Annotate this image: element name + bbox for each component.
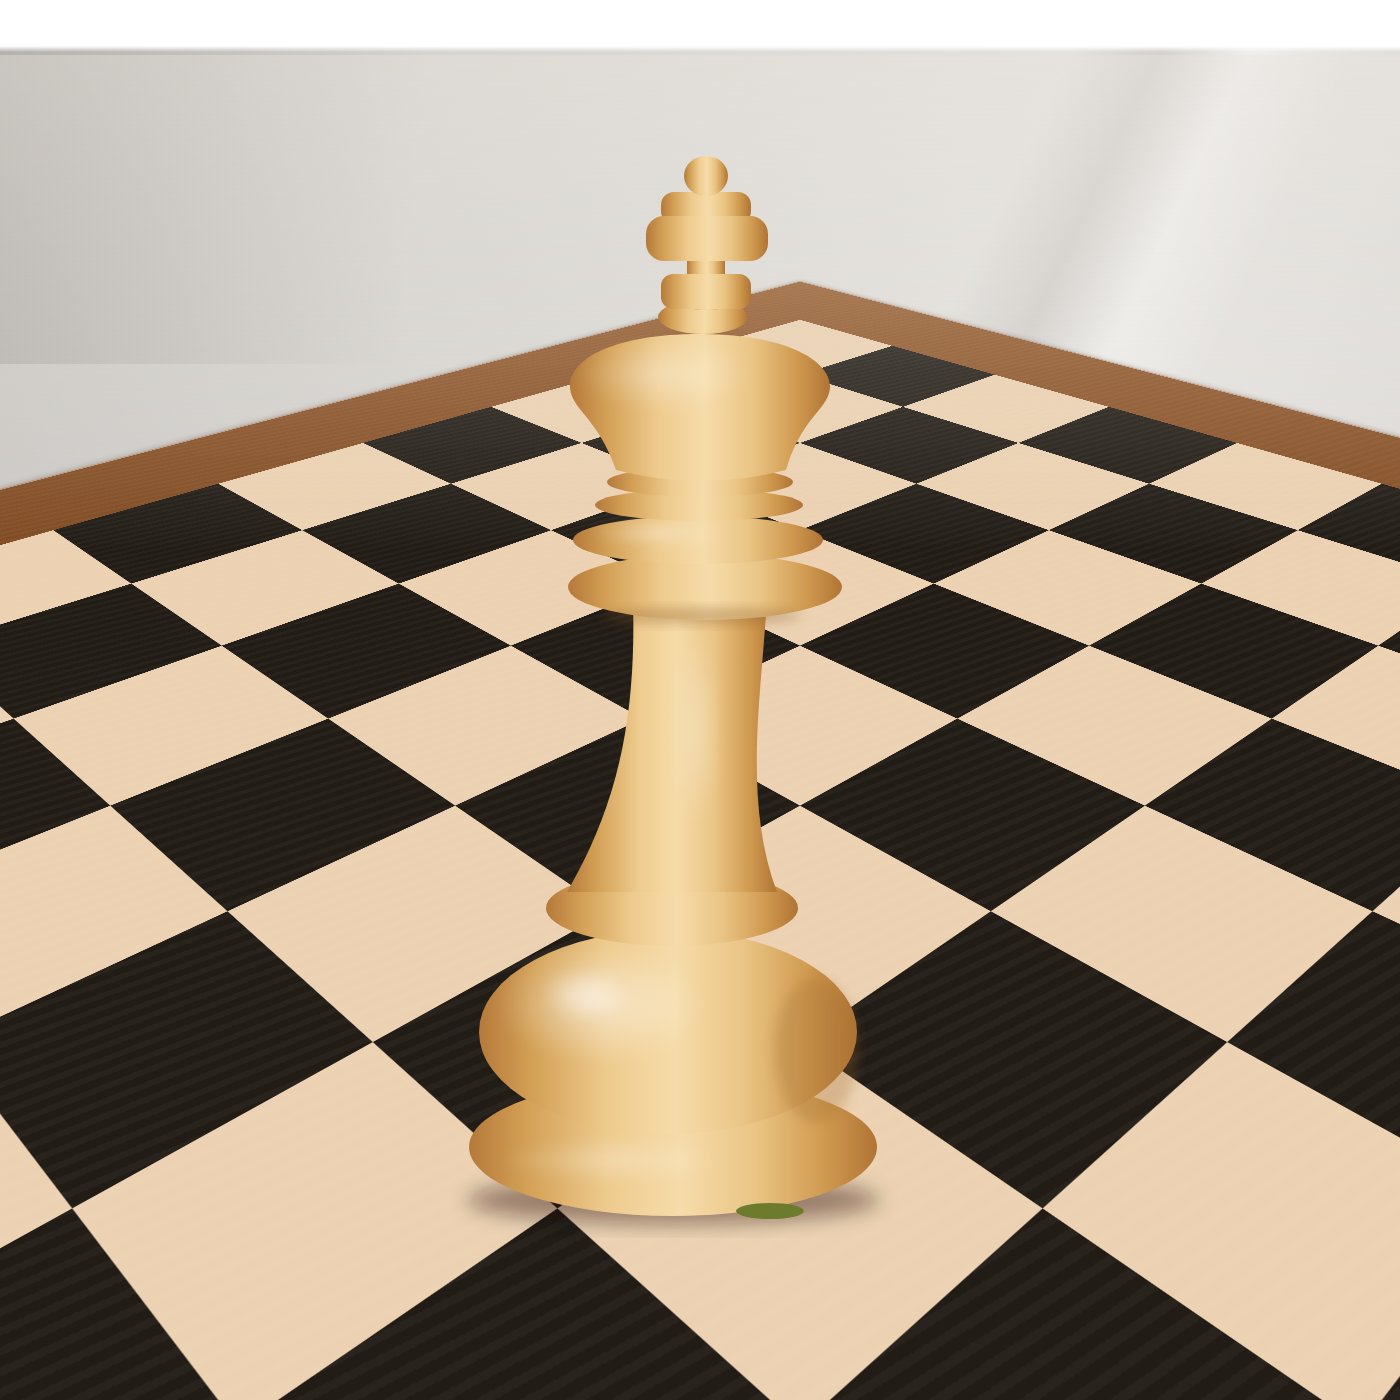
king-finial-ball [684, 156, 728, 196]
stem-sheen [672, 628, 724, 828]
base-disc-sheen [495, 1138, 725, 1182]
product-photo [0, 0, 1400, 1400]
king-cross-finial [646, 192, 768, 310]
king-felt-edge [736, 1203, 804, 1219]
top-letterbox-band [0, 0, 1400, 52]
dome-highlight [575, 337, 751, 411]
cushion-sheen [585, 520, 725, 546]
bottom-letterbox-band [0, 1348, 1400, 1400]
collar-crevice [602, 608, 802, 624]
white-king-piece [450, 148, 900, 1238]
bulb-highlight-hot [542, 968, 630, 1020]
bulb-right-shade [774, 978, 858, 1122]
king-stem [567, 598, 777, 892]
